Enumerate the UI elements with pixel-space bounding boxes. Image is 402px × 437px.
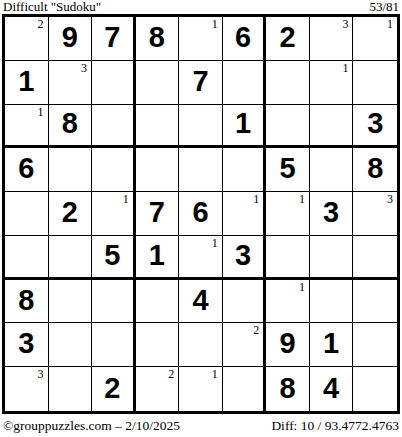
pencil-mark: 1 bbox=[342, 62, 348, 75]
cell-r1c2[interactable]: 9 bbox=[49, 17, 93, 61]
cell-r2c5[interactable]: 7 bbox=[179, 61, 223, 105]
pencil-mark: 2 bbox=[38, 18, 44, 31]
given-digit: 6 bbox=[235, 23, 251, 54]
cell-r4c2[interactable] bbox=[49, 148, 93, 192]
cell-r7c4[interactable] bbox=[136, 280, 180, 324]
cell-r8c9[interactable] bbox=[353, 323, 397, 367]
cell-r9c4[interactable]: 2 bbox=[136, 367, 180, 411]
cell-r6c9[interactable] bbox=[353, 236, 397, 280]
cell-r7c3[interactable] bbox=[92, 280, 136, 324]
pencil-mark: 3 bbox=[38, 368, 44, 381]
pencil-mark: 1 bbox=[212, 237, 218, 250]
given-digit: 5 bbox=[104, 241, 120, 272]
cell-r2c7[interactable] bbox=[266, 61, 310, 105]
given-digit: 8 bbox=[18, 286, 34, 317]
cell-r2c6[interactable] bbox=[223, 61, 267, 105]
pencil-mark: 1 bbox=[38, 106, 44, 119]
cell-r8c1[interactable]: 3 bbox=[5, 323, 49, 367]
cell-r5c8[interactable]: 3 bbox=[310, 192, 354, 236]
cell-r1c8[interactable]: 3 bbox=[310, 17, 354, 61]
cell-r7c1[interactable]: 8 bbox=[5, 280, 49, 324]
cell-r2c1[interactable]: 1 bbox=[5, 61, 49, 105]
cell-r2c4[interactable] bbox=[136, 61, 180, 105]
pencil-mark: 3 bbox=[81, 62, 87, 75]
cell-r4c8[interactable] bbox=[310, 148, 354, 192]
difficulty-text: Diff: 10 / 93.4772.4763 bbox=[271, 419, 399, 433]
cell-r7c7[interactable]: 1 bbox=[266, 280, 310, 324]
cell-r6c7[interactable] bbox=[266, 236, 310, 280]
cell-r8c5[interactable] bbox=[179, 323, 223, 367]
cell-r1c7[interactable]: 2 bbox=[266, 17, 310, 61]
cell-r7c2[interactable] bbox=[49, 280, 93, 324]
cell-r3c7[interactable] bbox=[266, 105, 310, 149]
cell-r7c6[interactable] bbox=[223, 280, 267, 324]
cell-r9c6[interactable] bbox=[223, 367, 267, 411]
given-digit: 1 bbox=[323, 329, 339, 360]
given-digit: 8 bbox=[149, 23, 165, 54]
cell-r9c5[interactable]: 1 bbox=[179, 367, 223, 411]
cell-r8c4[interactable] bbox=[136, 323, 180, 367]
cell-r5c1[interactable] bbox=[5, 192, 49, 236]
cell-r5c2[interactable]: 2 bbox=[49, 192, 93, 236]
remaining-counter: 53/81 bbox=[369, 0, 399, 13]
given-digit: 2 bbox=[280, 23, 296, 54]
cell-r3c2[interactable]: 8 bbox=[49, 105, 93, 149]
cell-r5c3[interactable]: 1 bbox=[92, 192, 136, 236]
sudoku-page: Difficult "Sudoku" 53/81 297816231137118… bbox=[0, 0, 402, 437]
cell-r6c6[interactable]: 3 bbox=[223, 236, 267, 280]
cell-r5c7[interactable]: 1 bbox=[266, 192, 310, 236]
cell-r8c3[interactable] bbox=[92, 323, 136, 367]
cell-r3c3[interactable] bbox=[92, 105, 136, 149]
cell-r4c6[interactable] bbox=[223, 148, 267, 192]
cell-r3c9[interactable]: 3 bbox=[353, 105, 397, 149]
cell-r4c1[interactable]: 6 bbox=[5, 148, 49, 192]
cell-r1c6[interactable]: 6 bbox=[223, 17, 267, 61]
cell-r1c4[interactable]: 8 bbox=[136, 17, 180, 61]
cell-r1c9[interactable]: 1 bbox=[353, 17, 397, 61]
cell-r8c2[interactable] bbox=[49, 323, 93, 367]
given-digit: 3 bbox=[367, 109, 383, 140]
pencil-mark: 1 bbox=[299, 281, 305, 294]
cell-r2c9[interactable] bbox=[353, 61, 397, 105]
pencil-mark: 2 bbox=[168, 368, 174, 381]
cell-r6c5[interactable]: 1 bbox=[179, 236, 223, 280]
given-digit: 3 bbox=[235, 241, 251, 272]
cell-r1c3[interactable]: 7 bbox=[92, 17, 136, 61]
cell-r9c2[interactable] bbox=[49, 367, 93, 411]
cell-r7c9[interactable] bbox=[353, 280, 397, 324]
pencil-mark: 1 bbox=[299, 193, 305, 206]
cell-r8c7[interactable]: 9 bbox=[266, 323, 310, 367]
cell-r9c7[interactable]: 8 bbox=[266, 367, 310, 411]
pencil-mark: 3 bbox=[387, 193, 393, 206]
given-digit: 2 bbox=[62, 198, 78, 229]
footer: ©grouppuzzles.com – 2/10/2025 Diff: 10 /… bbox=[3, 419, 399, 433]
cell-r5c4[interactable]: 7 bbox=[136, 192, 180, 236]
cell-r9c8[interactable]: 4 bbox=[310, 367, 354, 411]
given-digit: 3 bbox=[323, 198, 339, 229]
given-digit: 2 bbox=[104, 374, 120, 405]
pencil-mark: 1 bbox=[253, 193, 259, 206]
cell-r4c7[interactable]: 5 bbox=[266, 148, 310, 192]
cell-r4c5[interactable] bbox=[179, 148, 223, 192]
cell-r8c6[interactable]: 2 bbox=[223, 323, 267, 367]
puzzle-title: Difficult "Sudoku" bbox=[3, 0, 101, 13]
given-digit: 6 bbox=[192, 198, 208, 229]
given-digit: 7 bbox=[192, 67, 208, 98]
given-digit: 1 bbox=[18, 67, 34, 98]
cell-r5c9[interactable]: 3 bbox=[353, 192, 397, 236]
pencil-mark: 1 bbox=[212, 18, 218, 31]
cell-r1c5[interactable]: 1 bbox=[179, 17, 223, 61]
sudoku-board: 2978162311371181365821761133511384132913… bbox=[2, 14, 400, 414]
given-digit: 4 bbox=[323, 374, 339, 405]
pencil-mark: 1 bbox=[212, 368, 218, 381]
given-digit: 8 bbox=[367, 154, 383, 185]
pencil-mark: 2 bbox=[253, 324, 259, 337]
copyright-text: ©grouppuzzles.com – 2/10/2025 bbox=[3, 419, 180, 433]
cell-r9c9[interactable] bbox=[353, 367, 397, 411]
cell-r2c3[interactable] bbox=[92, 61, 136, 105]
cell-r3c4[interactable] bbox=[136, 105, 180, 149]
given-digit: 7 bbox=[104, 23, 120, 54]
header: Difficult "Sudoku" 53/81 bbox=[3, 0, 399, 14]
given-digit: 5 bbox=[280, 154, 296, 185]
given-digit: 3 bbox=[18, 329, 34, 360]
cell-r6c1[interactable] bbox=[5, 236, 49, 280]
given-digit: 6 bbox=[18, 154, 34, 185]
cell-r6c3[interactable]: 5 bbox=[92, 236, 136, 280]
cell-r5c5[interactable]: 6 bbox=[179, 192, 223, 236]
cell-r4c3[interactable] bbox=[92, 148, 136, 192]
cell-r9c1[interactable]: 3 bbox=[5, 367, 49, 411]
cell-r3c5[interactable] bbox=[179, 105, 223, 149]
given-digit: 1 bbox=[149, 241, 165, 272]
pencil-mark: 3 bbox=[342, 18, 348, 31]
cell-r2c8[interactable]: 1 bbox=[310, 61, 354, 105]
cell-r3c1[interactable]: 1 bbox=[5, 105, 49, 149]
pencil-mark: 1 bbox=[123, 193, 129, 206]
cell-r1c1[interactable]: 2 bbox=[5, 17, 49, 61]
cell-r7c8[interactable] bbox=[310, 280, 354, 324]
given-digit: 9 bbox=[62, 23, 78, 54]
cell-r6c4[interactable]: 1 bbox=[136, 236, 180, 280]
cell-r5c6[interactable]: 1 bbox=[223, 192, 267, 236]
cell-r7c5[interactable]: 4 bbox=[179, 280, 223, 324]
cell-r2c2[interactable]: 3 bbox=[49, 61, 93, 105]
given-digit: 4 bbox=[192, 286, 208, 317]
cell-r3c8[interactable] bbox=[310, 105, 354, 149]
cell-r8c8[interactable]: 1 bbox=[310, 323, 354, 367]
given-digit: 8 bbox=[62, 109, 78, 140]
given-digit: 1 bbox=[235, 109, 251, 140]
cell-r3c6[interactable]: 1 bbox=[223, 105, 267, 149]
pencil-mark: 1 bbox=[387, 18, 393, 31]
cell-r6c8[interactable] bbox=[310, 236, 354, 280]
given-digit: 9 bbox=[280, 329, 296, 360]
given-digit: 8 bbox=[280, 374, 296, 405]
given-digit: 7 bbox=[149, 198, 165, 229]
cell-r4c9[interactable]: 8 bbox=[353, 148, 397, 192]
cell-r4c4[interactable] bbox=[136, 148, 180, 192]
cell-r6c2[interactable] bbox=[49, 236, 93, 280]
cell-r9c3[interactable]: 2 bbox=[92, 367, 136, 411]
